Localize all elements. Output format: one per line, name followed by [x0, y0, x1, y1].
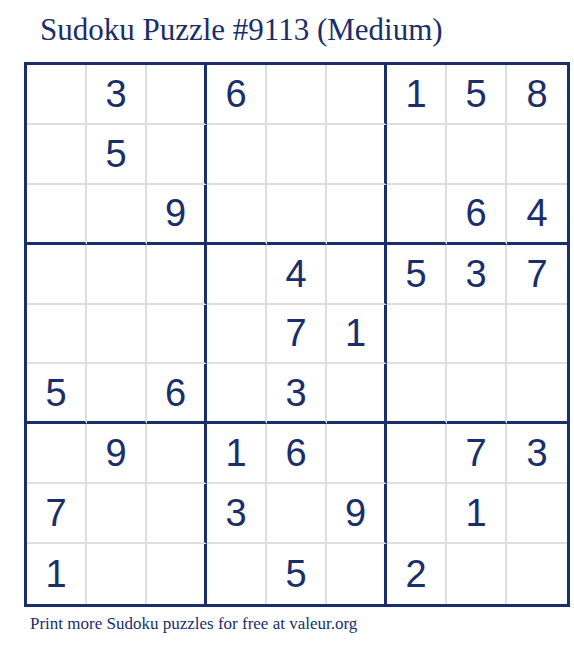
cell-r1c5	[267, 65, 327, 125]
cell-r2c5	[267, 125, 327, 185]
cell-r4c4	[207, 245, 267, 305]
cell-r2c1	[27, 125, 87, 185]
cell-r5c4	[207, 305, 267, 365]
cell-r9c9	[507, 544, 567, 604]
cell-r2c8	[447, 125, 507, 185]
cell-r2c6	[327, 125, 387, 185]
cell-r7c3	[147, 424, 207, 484]
cell-r2c9	[507, 125, 567, 185]
cell-r4c2	[87, 245, 147, 305]
cell-r7c8: 7	[447, 424, 507, 484]
cell-r1c6	[327, 65, 387, 125]
cell-r7c4: 1	[207, 424, 267, 484]
cell-r1c7: 1	[387, 65, 447, 125]
cell-r5c7	[387, 305, 447, 365]
cell-r4c9: 7	[507, 245, 567, 305]
cell-r5c6: 1	[327, 305, 387, 365]
cell-r4c5: 4	[267, 245, 327, 305]
cell-r3c2	[87, 185, 147, 245]
cell-r7c9: 3	[507, 424, 567, 484]
cell-r2c3	[147, 125, 207, 185]
cell-r5c9	[507, 305, 567, 365]
cell-r7c6	[327, 424, 387, 484]
cell-r3c4	[207, 185, 267, 245]
cell-r7c1	[27, 424, 87, 484]
cell-r7c2: 9	[87, 424, 147, 484]
cell-r6c7	[387, 364, 447, 424]
cell-r5c1	[27, 305, 87, 365]
cell-r6c1: 5	[27, 364, 87, 424]
cell-r9c6	[327, 544, 387, 604]
cell-r2c7	[387, 125, 447, 185]
cell-r1c1	[27, 65, 87, 125]
cell-r6c8	[447, 364, 507, 424]
cell-r5c8	[447, 305, 507, 365]
cell-r6c3: 6	[147, 364, 207, 424]
cell-r6c5: 3	[267, 364, 327, 424]
cell-r3c5	[267, 185, 327, 245]
cell-r3c1	[27, 185, 87, 245]
cell-r7c5: 6	[267, 424, 327, 484]
cell-r1c2: 3	[87, 65, 147, 125]
cell-r4c3	[147, 245, 207, 305]
cell-r5c3	[147, 305, 207, 365]
cell-r5c5: 7	[267, 305, 327, 365]
cell-r9c5: 5	[267, 544, 327, 604]
cell-r7c7	[387, 424, 447, 484]
cell-r8c9	[507, 484, 567, 544]
cell-r6c2	[87, 364, 147, 424]
cell-r1c9: 8	[507, 65, 567, 125]
cell-r4c7: 5	[387, 245, 447, 305]
cell-r8c8: 1	[447, 484, 507, 544]
cell-r1c3	[147, 65, 207, 125]
cell-r3c8: 6	[447, 185, 507, 245]
sudoku-page: Sudoku Puzzle #9113 (Medium) 36158596445…	[0, 0, 574, 651]
cell-r8c1: 7	[27, 484, 87, 544]
page-title: Sudoku Puzzle #9113 (Medium)	[40, 12, 443, 48]
cell-r3c7	[387, 185, 447, 245]
cell-r8c2	[87, 484, 147, 544]
cell-r8c6: 9	[327, 484, 387, 544]
cell-r3c9: 4	[507, 185, 567, 245]
cell-r8c4: 3	[207, 484, 267, 544]
cell-r9c1: 1	[27, 544, 87, 604]
sudoku-board: 361585964453771563916737391152	[24, 62, 570, 607]
footer-text: Print more Sudoku puzzles for free at va…	[30, 614, 357, 634]
cell-r5c2	[87, 305, 147, 365]
cell-r9c2	[87, 544, 147, 604]
cell-r1c8: 5	[447, 65, 507, 125]
cell-r4c8: 3	[447, 245, 507, 305]
cell-r6c9	[507, 364, 567, 424]
cell-r9c4	[207, 544, 267, 604]
cell-r2c4	[207, 125, 267, 185]
cell-r4c1	[27, 245, 87, 305]
cell-r9c8	[447, 544, 507, 604]
cell-r9c3	[147, 544, 207, 604]
cell-r8c3	[147, 484, 207, 544]
cell-r9c7: 2	[387, 544, 447, 604]
cell-r3c3: 9	[147, 185, 207, 245]
cell-r1c4: 6	[207, 65, 267, 125]
cell-r4c6	[327, 245, 387, 305]
cell-r8c5	[267, 484, 327, 544]
cell-r3c6	[327, 185, 387, 245]
cell-r6c4	[207, 364, 267, 424]
cell-r8c7	[387, 484, 447, 544]
cell-r2c2: 5	[87, 125, 147, 185]
cell-r6c6	[327, 364, 387, 424]
